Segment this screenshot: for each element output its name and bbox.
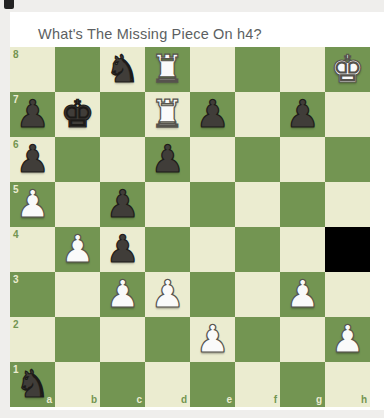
file-label-c: c <box>136 395 142 405</box>
square-f6[interactable] <box>235 137 280 182</box>
file-label-e: e <box>226 395 232 405</box>
square-d1[interactable]: d <box>145 362 190 407</box>
square-c4[interactable]: ♟ <box>100 227 145 272</box>
piece-black-pawn-g7: ♟ <box>285 92 319 137</box>
square-b1[interactable]: b <box>55 362 100 407</box>
square-a8[interactable]: 8 <box>10 47 55 92</box>
file-label-a: a <box>46 395 52 405</box>
square-c1[interactable]: c <box>100 362 145 407</box>
square-g8[interactable] <box>280 47 325 92</box>
square-c7[interactable] <box>100 92 145 137</box>
square-e8[interactable] <box>190 47 235 92</box>
square-f7[interactable] <box>235 92 280 137</box>
rank-label-7: 7 <box>13 95 19 105</box>
rank-label-3: 3 <box>13 275 19 285</box>
piece-black-knight-c8: ♞ <box>105 47 139 92</box>
hidden-square-h4[interactable] <box>325 227 370 272</box>
piece-black-pawn-a7: ♟ <box>15 92 49 137</box>
square-h8[interactable]: ♚ <box>325 47 370 92</box>
square-d5[interactable] <box>145 182 190 227</box>
square-f8[interactable] <box>235 47 280 92</box>
top-left-artifact <box>4 0 14 9</box>
rank-label-1: 1 <box>13 365 19 375</box>
square-h7[interactable] <box>325 92 370 137</box>
square-a2[interactable]: 2 <box>10 317 55 362</box>
piece-black-pawn-e7: ♟ <box>195 92 229 137</box>
piece-black-knight-a1: ♞ <box>15 362 49 407</box>
piece-black-king-b7: ♚ <box>60 92 94 137</box>
square-g6[interactable] <box>280 137 325 182</box>
square-f4[interactable] <box>235 227 280 272</box>
square-e3[interactable] <box>190 272 235 317</box>
piece-white-king-h8: ♚ <box>330 47 364 92</box>
square-b6[interactable] <box>55 137 100 182</box>
square-d6[interactable]: ♟ <box>145 137 190 182</box>
file-label-h: h <box>361 395 367 405</box>
page: What's The Missing Piece On h4? 8♞♜♚7♟♚♜… <box>0 0 384 418</box>
square-e5[interactable] <box>190 182 235 227</box>
file-label-f: f <box>274 395 277 405</box>
square-f5[interactable] <box>235 182 280 227</box>
square-a7[interactable]: 7♟ <box>10 92 55 137</box>
piece-white-pawn-c3: ♟ <box>105 272 139 317</box>
piece-black-pawn-c4: ♟ <box>105 227 139 272</box>
piece-white-rook-d7: ♜ <box>150 92 184 137</box>
piece-white-pawn-b4: ♟ <box>60 227 94 272</box>
square-d3[interactable]: ♟ <box>145 272 190 317</box>
square-e6[interactable] <box>190 137 235 182</box>
square-c5[interactable]: ♟ <box>100 182 145 227</box>
square-d7[interactable]: ♜ <box>145 92 190 137</box>
square-a6[interactable]: 6♟ <box>10 137 55 182</box>
square-a5[interactable]: 5♟ <box>10 182 55 227</box>
square-d2[interactable] <box>145 317 190 362</box>
square-e1[interactable]: e <box>190 362 235 407</box>
square-h3[interactable] <box>325 272 370 317</box>
square-g3[interactable]: ♟ <box>280 272 325 317</box>
rank-label-8: 8 <box>13 50 19 60</box>
square-a3[interactable]: 3 <box>10 272 55 317</box>
square-h6[interactable] <box>325 137 370 182</box>
square-a4[interactable]: 4 <box>10 227 55 272</box>
piece-white-rook-d8: ♜ <box>150 47 184 92</box>
piece-white-pawn-g3: ♟ <box>285 272 319 317</box>
square-a1[interactable]: 1a♞ <box>10 362 55 407</box>
square-c6[interactable] <box>100 137 145 182</box>
piece-black-pawn-a6: ♟ <box>15 137 49 182</box>
piece-white-pawn-e2: ♟ <box>195 317 229 362</box>
chess-board: 8♞♜♚7♟♚♜♟♟6♟♟5♟♟4♟♟3♟♟♟2♟♟1a♞bcdefgh <box>10 47 370 407</box>
piece-white-pawn-h2: ♟ <box>330 317 364 362</box>
piece-black-pawn-d6: ♟ <box>150 137 184 182</box>
file-label-b: b <box>91 395 97 405</box>
square-c8[interactable]: ♞ <box>100 47 145 92</box>
square-f3[interactable] <box>235 272 280 317</box>
square-g1[interactable]: g <box>280 362 325 407</box>
square-g5[interactable] <box>280 182 325 227</box>
rank-label-5: 5 <box>13 185 19 195</box>
square-g4[interactable] <box>280 227 325 272</box>
square-b8[interactable] <box>55 47 100 92</box>
square-h1[interactable]: h <box>325 362 370 407</box>
square-c3[interactable]: ♟ <box>100 272 145 317</box>
square-b2[interactable] <box>55 317 100 362</box>
square-e7[interactable]: ♟ <box>190 92 235 137</box>
square-g7[interactable]: ♟ <box>280 92 325 137</box>
rank-label-4: 4 <box>13 230 19 240</box>
file-label-g: g <box>316 395 322 405</box>
square-h2[interactable]: ♟ <box>325 317 370 362</box>
square-f1[interactable]: f <box>235 362 280 407</box>
square-e2[interactable]: ♟ <box>190 317 235 362</box>
square-f2[interactable] <box>235 317 280 362</box>
rank-label-2: 2 <box>13 320 19 330</box>
rank-label-6: 6 <box>13 140 19 150</box>
square-b3[interactable] <box>55 272 100 317</box>
file-label-d: d <box>181 395 187 405</box>
square-b7[interactable]: ♚ <box>55 92 100 137</box>
piece-black-pawn-c5: ♟ <box>105 182 139 227</box>
square-g2[interactable] <box>280 317 325 362</box>
piece-white-pawn-d3: ♟ <box>150 272 184 317</box>
piece-white-pawn-a5: ♟ <box>15 182 49 227</box>
square-d4[interactable] <box>145 227 190 272</box>
square-d8[interactable]: ♜ <box>145 47 190 92</box>
square-e4[interactable] <box>190 227 235 272</box>
square-b5[interactable] <box>55 182 100 227</box>
square-c2[interactable] <box>100 317 145 362</box>
page-title: What's The Missing Piece On h4? <box>38 26 262 42</box>
square-h5[interactable] <box>325 182 370 227</box>
square-b4[interactable]: ♟ <box>55 227 100 272</box>
